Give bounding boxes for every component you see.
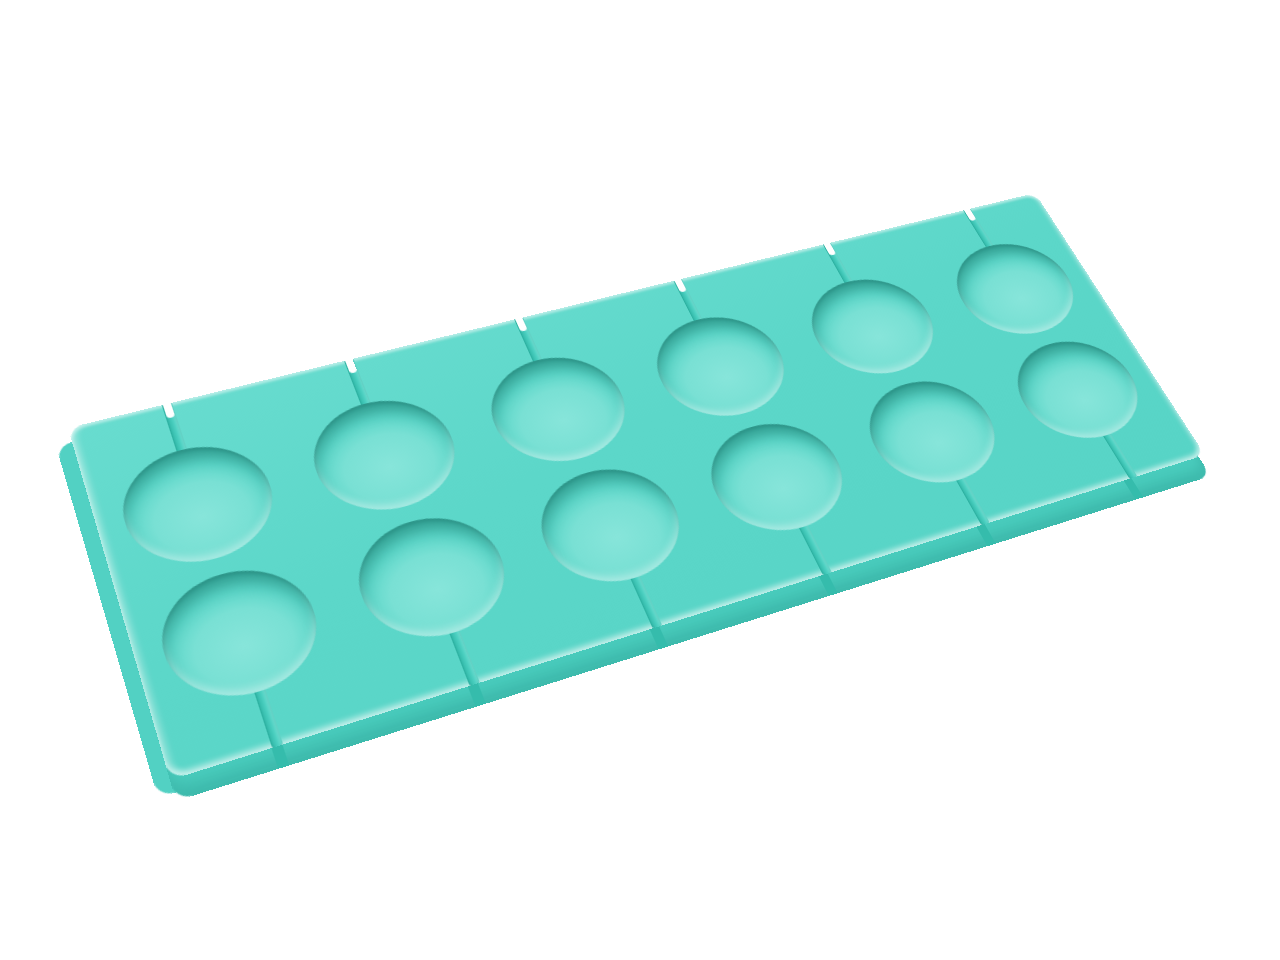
- cavity-r1c1: [109, 432, 288, 578]
- stick-notch-r1c1: [162, 402, 175, 419]
- cavity-r2c6: [997, 330, 1159, 452]
- cavity-r1c5: [793, 268, 953, 386]
- product-photo-stage: [0, 0, 1280, 960]
- cavity-r1c4: [639, 305, 804, 429]
- cavity-r2c1: [147, 554, 334, 714]
- cavity-r1c2: [298, 387, 472, 525]
- cavity-r2c4: [692, 411, 863, 546]
- cavity-r2c3: [523, 455, 699, 598]
- lollipop-mold-tray: [68, 193, 1205, 780]
- cavity-r1c3: [474, 345, 643, 476]
- cavity-r2c5: [850, 369, 1016, 497]
- cavity-r1c6: [937, 233, 1093, 345]
- cavity-r2c2: [342, 503, 523, 654]
